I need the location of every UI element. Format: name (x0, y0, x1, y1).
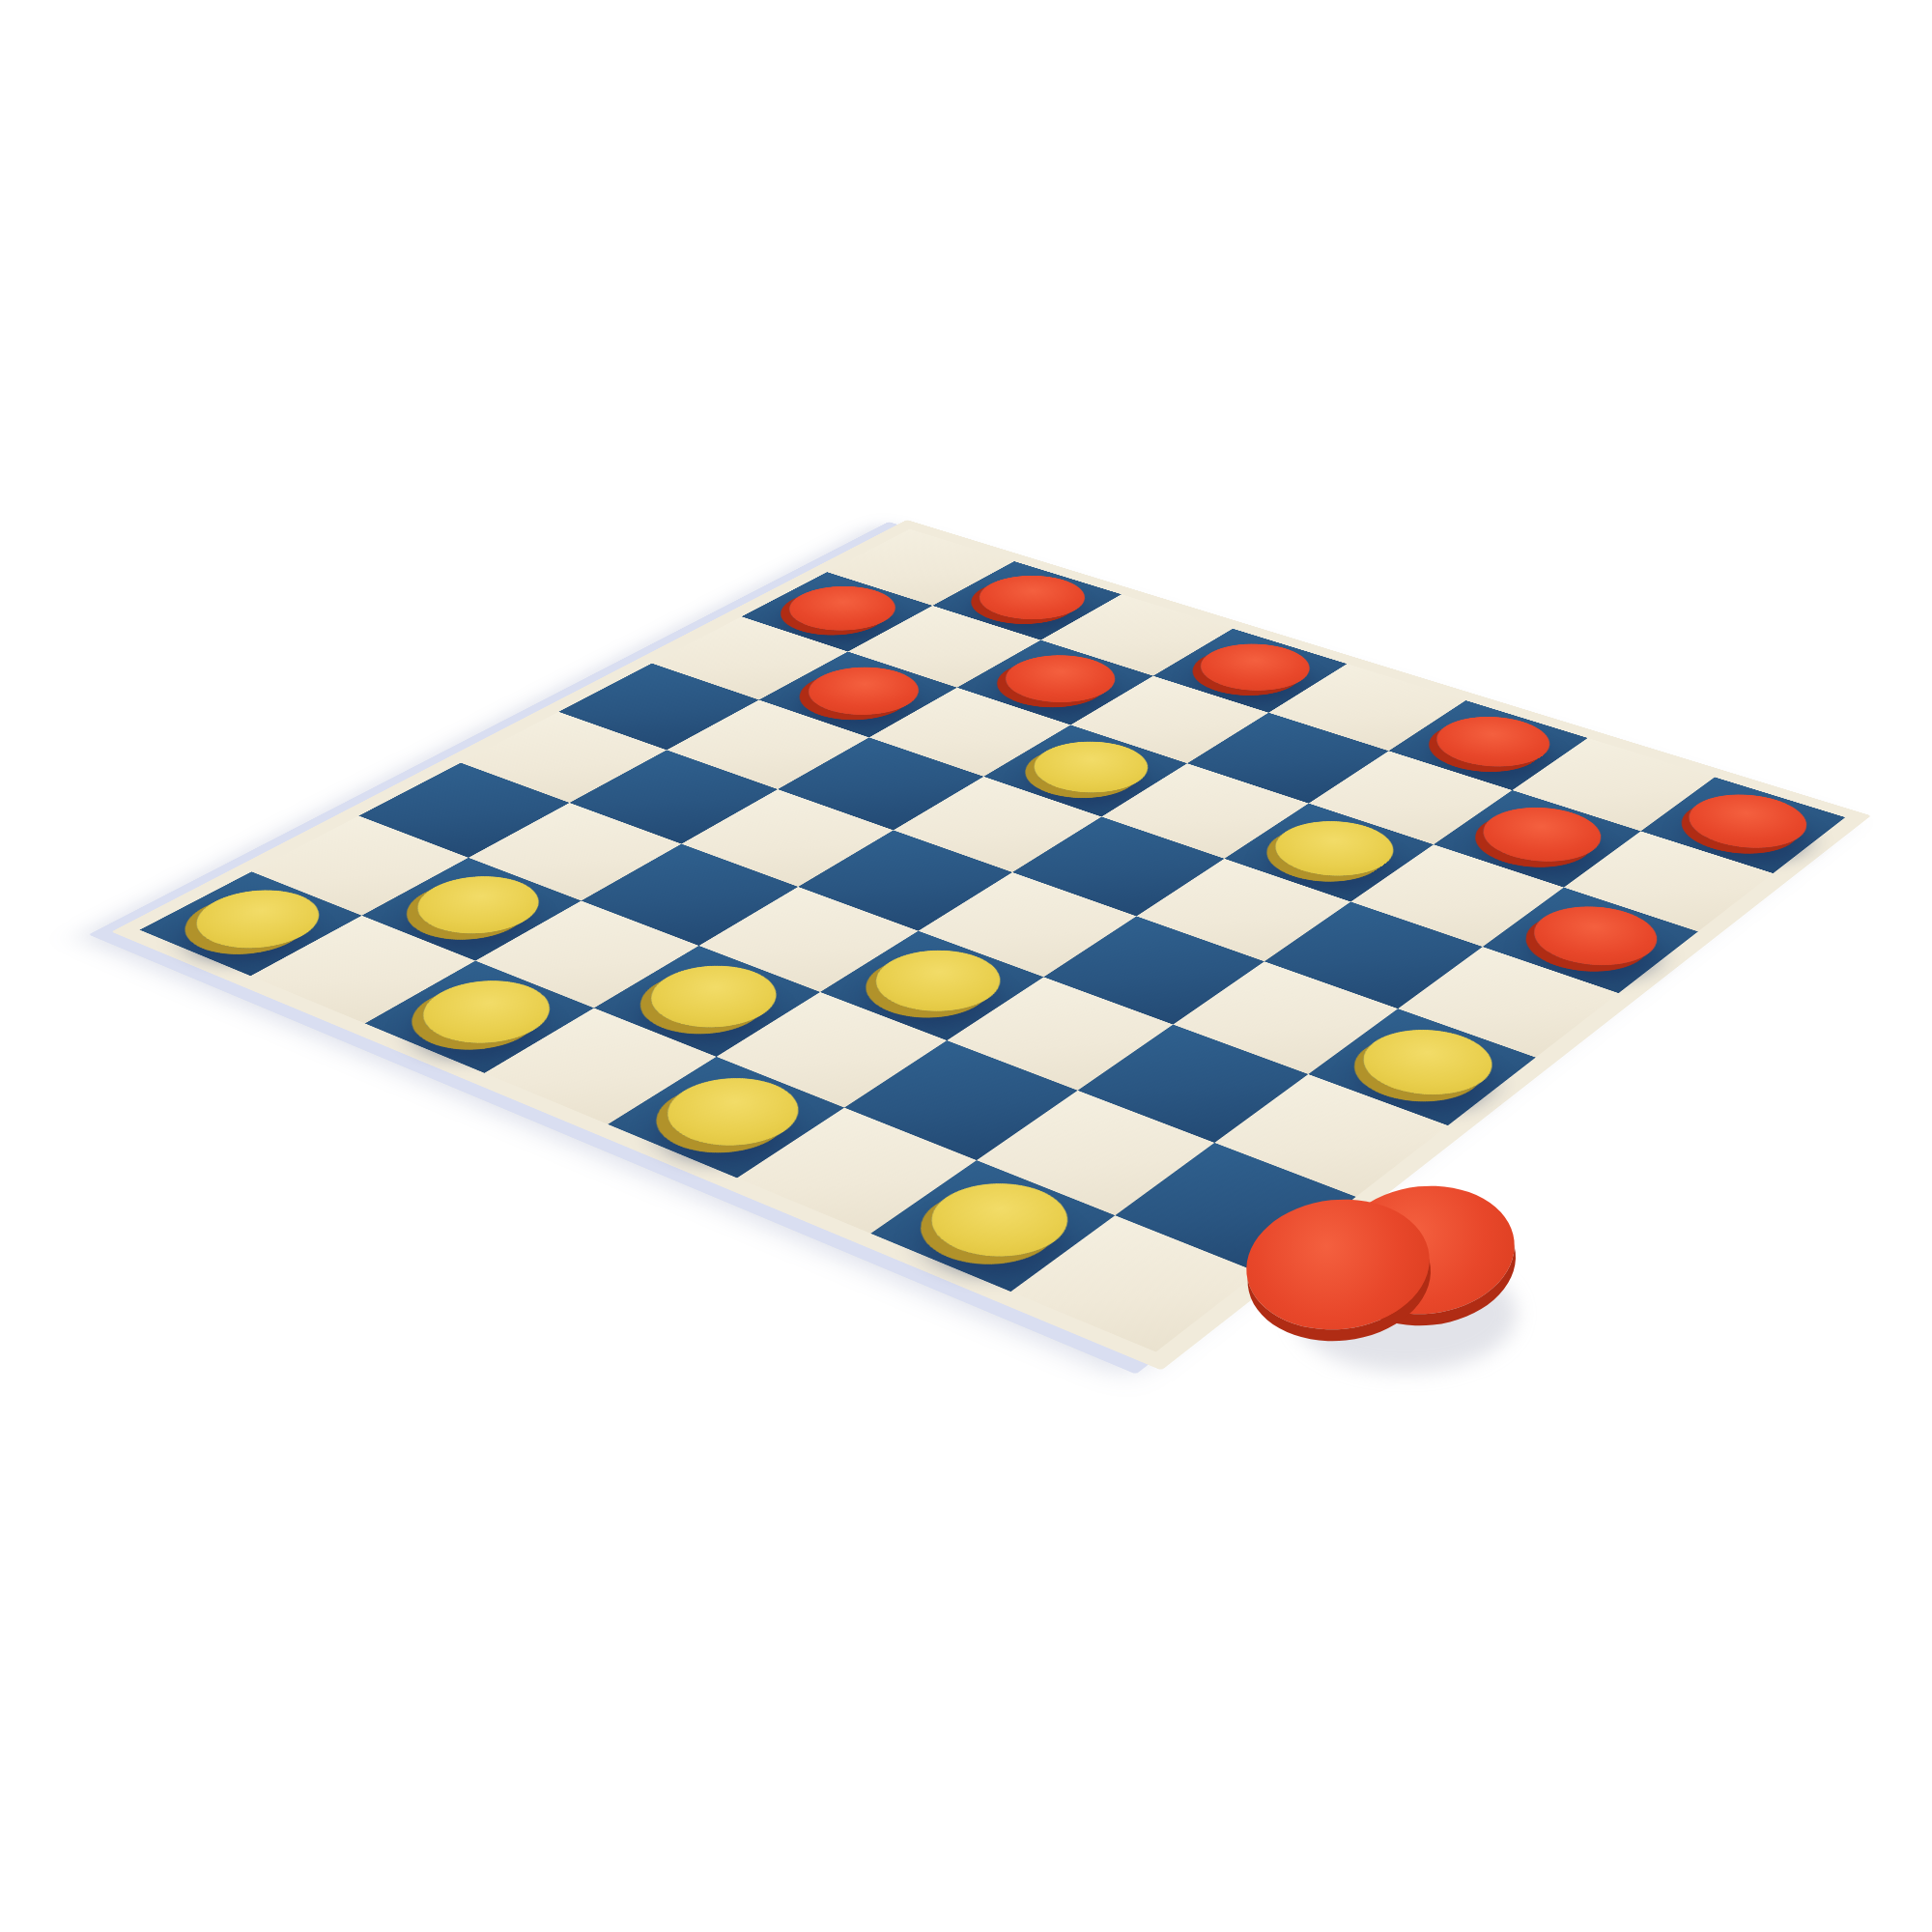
board-grid (140, 529, 1846, 1352)
scene (0, 0, 1932, 1932)
checkers-board[interactable] (111, 520, 1871, 1370)
board-mat (111, 520, 1871, 1370)
